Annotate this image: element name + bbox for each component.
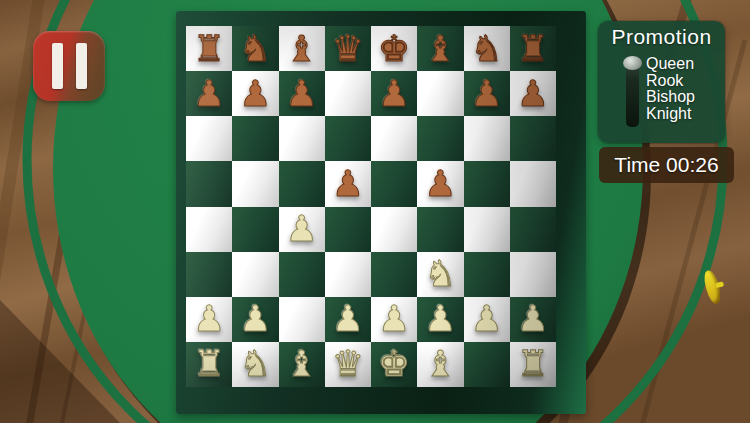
square-f6[interactable]	[417, 116, 463, 161]
piece-black-pawn[interactable]: ♟	[285, 76, 317, 112]
square-b6[interactable]	[232, 116, 278, 161]
square-d4[interactable]	[325, 207, 371, 252]
square-g3[interactable]	[464, 252, 510, 297]
square-f2[interactable]: ♟	[417, 297, 463, 342]
square-e2[interactable]: ♟	[371, 297, 417, 342]
square-a7[interactable]: ♟	[186, 71, 232, 116]
square-e1[interactable]: ♚	[371, 342, 417, 387]
square-d6[interactable]	[325, 116, 371, 161]
chess-board-frame: ♜♞♝♛♚♝♞♜♟♟♟♟♟♟♟♟♟♞♟♟♟♟♟♟♟♜♞♝♛♚♝♜	[176, 11, 586, 414]
square-h6[interactable]	[510, 116, 556, 161]
square-e5[interactable]	[371, 161, 417, 206]
piece-white-rook[interactable]: ♜	[517, 346, 549, 382]
square-h8[interactable]: ♜	[510, 26, 556, 71]
promotion-slider[interactable]	[626, 59, 639, 127]
piece-black-pawn[interactable]: ♟	[470, 76, 502, 112]
piece-black-bishop[interactable]: ♝	[424, 31, 456, 67]
pause-icon	[76, 43, 87, 89]
promotion-option-queen[interactable]: Queen	[646, 56, 695, 73]
pause-button[interactable]	[33, 31, 105, 101]
square-d5[interactable]: ♟	[325, 161, 371, 206]
square-b3[interactable]	[232, 252, 278, 297]
square-e6[interactable]	[371, 116, 417, 161]
piece-black-pawn[interactable]: ♟	[517, 76, 549, 112]
app-screen: ♜♞♝♛♚♝♞♜♟♟♟♟♟♟♟♟♟♞♟♟♟♟♟♟♟♜♞♝♛♚♝♜ Promoti…	[0, 0, 750, 423]
promotion-options: QueenRookBishopKnight	[646, 56, 695, 127]
promotion-title: Promotion	[598, 21, 725, 49]
square-b7[interactable]: ♟	[232, 71, 278, 116]
square-g4[interactable]	[464, 207, 510, 252]
square-h7[interactable]: ♟	[510, 71, 556, 116]
piece-white-pawn[interactable]: ♟	[470, 301, 502, 337]
promotion-option-bishop[interactable]: Bishop	[646, 89, 695, 106]
promotion-option-rook[interactable]: Rook	[646, 73, 695, 90]
piece-white-pawn[interactable]: ♟	[193, 301, 225, 337]
piece-white-queen[interactable]: ♛	[332, 346, 364, 382]
piece-black-pawn[interactable]: ♟	[239, 76, 271, 112]
square-d8[interactable]: ♛	[325, 26, 371, 71]
piece-black-pawn[interactable]: ♟	[332, 166, 364, 202]
square-a3[interactable]	[186, 252, 232, 297]
square-g1[interactable]	[464, 342, 510, 387]
chess-board[interactable]: ♜♞♝♛♚♝♞♜♟♟♟♟♟♟♟♟♟♞♟♟♟♟♟♟♟♜♞♝♛♚♝♜	[186, 26, 556, 387]
piece-black-pawn[interactable]: ♟	[193, 76, 225, 112]
square-a2[interactable]: ♟	[186, 297, 232, 342]
square-e8[interactable]: ♚	[371, 26, 417, 71]
square-a4[interactable]	[186, 207, 232, 252]
piece-black-queen[interactable]: ♛	[332, 31, 364, 67]
square-h2[interactable]: ♟	[510, 297, 556, 342]
square-h1[interactable]: ♜	[510, 342, 556, 387]
piece-white-pawn[interactable]: ♟	[378, 301, 410, 337]
square-e3[interactable]	[371, 252, 417, 297]
square-g7[interactable]: ♟	[464, 71, 510, 116]
pause-icon	[52, 43, 63, 89]
promotion-slider-knob[interactable]	[623, 56, 642, 70]
square-b8[interactable]: ♞	[232, 26, 278, 71]
square-b1[interactable]: ♞	[232, 342, 278, 387]
square-h4[interactable]	[510, 207, 556, 252]
piece-black-rook[interactable]: ♜	[517, 31, 549, 67]
timer-display: Time 00:26	[599, 147, 734, 183]
piece-white-pawn[interactable]: ♟	[285, 211, 317, 247]
piece-white-pawn[interactable]: ♟	[239, 301, 271, 337]
piece-black-knight[interactable]: ♞	[239, 31, 271, 67]
square-d1[interactable]: ♛	[325, 342, 371, 387]
square-c8[interactable]: ♝	[279, 26, 325, 71]
piece-white-king[interactable]: ♚	[378, 346, 410, 382]
square-a1[interactable]: ♜	[186, 342, 232, 387]
square-g2[interactable]: ♟	[464, 297, 510, 342]
piece-black-pawn[interactable]: ♟	[424, 166, 456, 202]
square-e7[interactable]: ♟	[371, 71, 417, 116]
square-g5[interactable]	[464, 161, 510, 206]
square-f3[interactable]: ♞	[417, 252, 463, 297]
square-g6[interactable]	[464, 116, 510, 161]
square-d3[interactable]	[325, 252, 371, 297]
square-f8[interactable]: ♝	[417, 26, 463, 71]
square-c2[interactable]	[279, 297, 325, 342]
piece-white-bishop[interactable]: ♝	[424, 346, 456, 382]
promotion-body: QueenRookBishopKnight	[598, 49, 725, 127]
piece-white-pawn[interactable]: ♟	[517, 301, 549, 337]
piece-white-knight[interactable]: ♞	[239, 346, 271, 382]
promotion-panel: Promotion QueenRookBishopKnight	[598, 21, 725, 143]
square-d7[interactable]	[325, 71, 371, 116]
square-f4[interactable]	[417, 207, 463, 252]
promotion-option-knight[interactable]: Knight	[646, 106, 695, 123]
square-b5[interactable]	[232, 161, 278, 206]
piece-white-knight[interactable]: ♞	[424, 256, 456, 292]
square-b4[interactable]	[232, 207, 278, 252]
square-c4[interactable]: ♟	[279, 207, 325, 252]
square-a6[interactable]	[186, 116, 232, 161]
square-a8[interactable]: ♜	[186, 26, 232, 71]
square-c7[interactable]: ♟	[279, 71, 325, 116]
piece-black-knight[interactable]: ♞	[470, 31, 502, 67]
square-c1[interactable]: ♝	[279, 342, 325, 387]
square-c5[interactable]	[279, 161, 325, 206]
square-c6[interactable]	[279, 116, 325, 161]
piece-black-pawn[interactable]: ♟	[378, 76, 410, 112]
square-d2[interactable]: ♟	[325, 297, 371, 342]
piece-white-pawn[interactable]: ♟	[424, 301, 456, 337]
square-b2[interactable]: ♟	[232, 297, 278, 342]
piece-white-bishop[interactable]: ♝	[285, 346, 317, 382]
square-h5[interactable]	[510, 161, 556, 206]
square-c3[interactable]	[279, 252, 325, 297]
square-e4[interactable]	[371, 207, 417, 252]
square-f7[interactable]	[417, 71, 463, 116]
square-f1[interactable]: ♝	[417, 342, 463, 387]
square-a5[interactable]	[186, 161, 232, 206]
square-h3[interactable]	[510, 252, 556, 297]
piece-black-bishop[interactable]: ♝	[285, 31, 317, 67]
piece-white-pawn[interactable]: ♟	[332, 301, 364, 337]
piece-black-king[interactable]: ♚	[378, 31, 410, 67]
square-f5[interactable]: ♟	[417, 161, 463, 206]
piece-white-rook[interactable]: ♜	[193, 346, 225, 382]
piece-black-rook[interactable]: ♜	[193, 31, 225, 67]
square-g8[interactable]: ♞	[464, 26, 510, 71]
